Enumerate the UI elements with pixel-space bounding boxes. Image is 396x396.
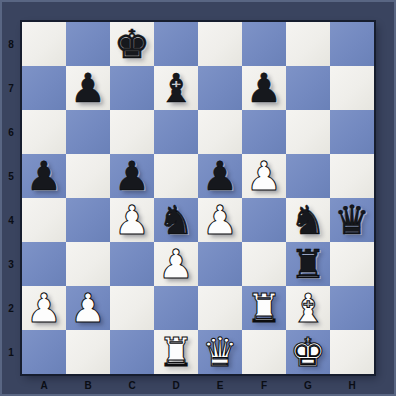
- square-a2[interactable]: ♟: [22, 286, 66, 330]
- square-c4[interactable]: ♟: [110, 198, 154, 242]
- white-bishop[interactable]: ♝: [290, 286, 326, 330]
- square-c8[interactable]: ♚: [110, 22, 154, 66]
- square-e7[interactable]: [198, 66, 242, 110]
- white-pawn[interactable]: ♟: [202, 198, 238, 242]
- white-queen[interactable]: ♛: [202, 330, 238, 374]
- square-h5[interactable]: [330, 154, 374, 198]
- black-knight[interactable]: ♞: [158, 198, 194, 242]
- white-rook[interactable]: ♜: [158, 330, 194, 374]
- rank-label-6: 6: [0, 110, 22, 154]
- file-labels: ABCDEFGH: [22, 374, 374, 396]
- black-queen[interactable]: ♛: [334, 198, 370, 242]
- square-a5[interactable]: ♟: [22, 154, 66, 198]
- square-a4[interactable]: [22, 198, 66, 242]
- square-e4[interactable]: ♟: [198, 198, 242, 242]
- square-f3[interactable]: [242, 242, 286, 286]
- square-a1[interactable]: [22, 330, 66, 374]
- black-king[interactable]: ♚: [114, 22, 150, 66]
- file-label-b: B: [66, 374, 110, 396]
- square-f6[interactable]: [242, 110, 286, 154]
- square-b5[interactable]: [66, 154, 110, 198]
- square-g3[interactable]: ♜: [286, 242, 330, 286]
- rank-label-5: 5: [0, 154, 22, 198]
- square-h1[interactable]: [330, 330, 374, 374]
- square-a6[interactable]: [22, 110, 66, 154]
- file-label-e: E: [198, 374, 242, 396]
- square-h6[interactable]: [330, 110, 374, 154]
- file-label-f: F: [242, 374, 286, 396]
- square-c2[interactable]: [110, 286, 154, 330]
- square-d6[interactable]: [154, 110, 198, 154]
- square-d1[interactable]: ♜: [154, 330, 198, 374]
- square-c7[interactable]: [110, 66, 154, 110]
- black-pawn[interactable]: ♟: [202, 154, 238, 198]
- file-label-a: A: [22, 374, 66, 396]
- white-pawn[interactable]: ♟: [70, 286, 106, 330]
- white-pawn[interactable]: ♟: [158, 242, 194, 286]
- rank-label-1: 1: [0, 330, 22, 374]
- square-g7[interactable]: [286, 66, 330, 110]
- white-king[interactable]: ♚: [290, 330, 326, 374]
- black-pawn[interactable]: ♟: [114, 154, 150, 198]
- white-pawn[interactable]: ♟: [246, 154, 282, 198]
- square-e8[interactable]: [198, 22, 242, 66]
- square-h3[interactable]: [330, 242, 374, 286]
- black-pawn[interactable]: ♟: [70, 66, 106, 110]
- square-e1[interactable]: ♛: [198, 330, 242, 374]
- square-g8[interactable]: [286, 22, 330, 66]
- square-c3[interactable]: [110, 242, 154, 286]
- square-f5[interactable]: ♟: [242, 154, 286, 198]
- rank-label-4: 4: [0, 198, 22, 242]
- square-d5[interactable]: [154, 154, 198, 198]
- white-pawn[interactable]: ♟: [114, 198, 150, 242]
- square-g2[interactable]: ♝: [286, 286, 330, 330]
- square-e2[interactable]: [198, 286, 242, 330]
- square-f8[interactable]: [242, 22, 286, 66]
- white-pawn[interactable]: ♟: [26, 286, 62, 330]
- square-b4[interactable]: [66, 198, 110, 242]
- square-a8[interactable]: [22, 22, 66, 66]
- square-d3[interactable]: ♟: [154, 242, 198, 286]
- file-label-c: C: [110, 374, 154, 396]
- square-h7[interactable]: [330, 66, 374, 110]
- square-f7[interactable]: ♟: [242, 66, 286, 110]
- square-h2[interactable]: [330, 286, 374, 330]
- square-g1[interactable]: ♚: [286, 330, 330, 374]
- square-b7[interactable]: ♟: [66, 66, 110, 110]
- square-g6[interactable]: [286, 110, 330, 154]
- square-b2[interactable]: ♟: [66, 286, 110, 330]
- rank-label-7: 7: [0, 66, 22, 110]
- square-a3[interactable]: [22, 242, 66, 286]
- file-label-g: G: [286, 374, 330, 396]
- square-c1[interactable]: [110, 330, 154, 374]
- square-f1[interactable]: [242, 330, 286, 374]
- square-e5[interactable]: ♟: [198, 154, 242, 198]
- file-label-d: D: [154, 374, 198, 396]
- file-label-h: H: [330, 374, 374, 396]
- square-b1[interactable]: [66, 330, 110, 374]
- rank-labels: 87654321: [0, 22, 22, 374]
- square-e3[interactable]: [198, 242, 242, 286]
- black-knight[interactable]: ♞: [290, 198, 326, 242]
- black-pawn[interactable]: ♟: [26, 154, 62, 198]
- white-rook[interactable]: ♜: [246, 286, 282, 330]
- square-c5[interactable]: ♟: [110, 154, 154, 198]
- chess-board-frame: 87654321 ♚♟♝♟♟♟♟♟♟♞♟♞♛♟♜♟♟♜♝♜♛♚ ABCDEFGH: [0, 0, 396, 396]
- square-f2[interactable]: ♜: [242, 286, 286, 330]
- square-b6[interactable]: [66, 110, 110, 154]
- square-d7[interactable]: ♝: [154, 66, 198, 110]
- square-b3[interactable]: [66, 242, 110, 286]
- black-pawn[interactable]: ♟: [246, 66, 282, 110]
- black-rook[interactable]: ♜: [290, 242, 326, 286]
- square-f4[interactable]: [242, 198, 286, 242]
- square-e6[interactable]: [198, 110, 242, 154]
- rank-label-3: 3: [0, 242, 22, 286]
- rank-label-2: 2: [0, 286, 22, 330]
- square-c6[interactable]: [110, 110, 154, 154]
- square-d8[interactable]: [154, 22, 198, 66]
- square-d4[interactable]: ♞: [154, 198, 198, 242]
- square-d2[interactable]: [154, 286, 198, 330]
- square-a7[interactable]: [22, 66, 66, 110]
- square-g4[interactable]: ♞: [286, 198, 330, 242]
- square-g5[interactable]: [286, 154, 330, 198]
- chess-board[interactable]: ♚♟♝♟♟♟♟♟♟♞♟♞♛♟♜♟♟♜♝♜♛♚: [22, 22, 374, 374]
- square-h8[interactable]: [330, 22, 374, 66]
- black-bishop[interactable]: ♝: [158, 66, 194, 110]
- rank-label-8: 8: [0, 22, 22, 66]
- square-b8[interactable]: [66, 22, 110, 66]
- square-h4[interactable]: ♛: [330, 198, 374, 242]
